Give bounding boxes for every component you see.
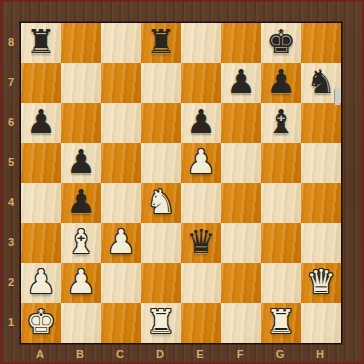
piece-white-queen-h2[interactable]: ♛ — [306, 262, 336, 302]
square-g6[interactable]: ♝ — [261, 103, 301, 143]
square-e2[interactable] — [181, 263, 221, 303]
piece-black-rook-a8[interactable]: ♜ — [26, 22, 56, 62]
piece-white-pawn-e5[interactable]: ♟ — [186, 142, 216, 182]
piece-black-pawn-e6[interactable]: ♟ — [186, 102, 216, 142]
piece-black-pawn-a6[interactable]: ♟ — [26, 102, 56, 142]
square-g7[interactable]: ♟ — [261, 63, 301, 103]
rank-label-4: 4 — [2, 182, 20, 222]
square-c1[interactable] — [101, 303, 141, 343]
square-h1[interactable] — [301, 303, 341, 343]
square-a5[interactable] — [21, 143, 61, 183]
rank-label-5: 5 — [2, 142, 20, 182]
square-b7[interactable] — [61, 63, 101, 103]
square-h6[interactable] — [301, 103, 341, 143]
square-h5[interactable] — [301, 143, 341, 183]
square-f1[interactable] — [221, 303, 261, 343]
square-e5[interactable]: ♟ — [181, 143, 221, 183]
square-f7[interactable]: ♟ — [221, 63, 261, 103]
file-label-d: D — [140, 344, 180, 364]
rank-label-7: 7 — [2, 62, 20, 102]
square-h4[interactable] — [301, 183, 341, 223]
piece-black-pawn-b5[interactable]: ♟ — [66, 142, 96, 182]
square-e6[interactable]: ♟ — [181, 103, 221, 143]
square-a6[interactable]: ♟ — [21, 103, 61, 143]
square-g4[interactable] — [261, 183, 301, 223]
square-f2[interactable] — [221, 263, 261, 303]
piece-black-queen-e3[interactable]: ♛ — [186, 222, 216, 262]
piece-white-king-a1[interactable]: ♚ — [26, 302, 56, 342]
square-h2[interactable]: ♛ — [301, 263, 341, 303]
rank-label-1: 1 — [2, 302, 20, 342]
square-c6[interactable] — [101, 103, 141, 143]
square-g3[interactable] — [261, 223, 301, 263]
chess-board-frame: 87654321 ♜♜♚♟♟♞♟♟♝♟♟♟♞♝♟♛♟♟♛♚♜♜ ABCDEFGH — [0, 0, 364, 364]
piece-black-rook-d8[interactable]: ♜ — [146, 22, 176, 62]
square-a4[interactable] — [21, 183, 61, 223]
file-labels: ABCDEFGH — [20, 344, 342, 364]
square-e3[interactable]: ♛ — [181, 223, 221, 263]
file-label-e: E — [180, 344, 220, 364]
piece-white-knight-d4[interactable]: ♞ — [146, 182, 176, 222]
rank-labels: 87654321 — [2, 22, 20, 344]
rank-label-6: 6 — [2, 102, 20, 142]
piece-white-rook-g1[interactable]: ♜ — [266, 302, 296, 342]
square-f4[interactable] — [221, 183, 261, 223]
square-f5[interactable] — [221, 143, 261, 183]
square-d7[interactable] — [141, 63, 181, 103]
square-f3[interactable] — [221, 223, 261, 263]
rank-label-3: 3 — [2, 222, 20, 262]
square-a3[interactable] — [21, 223, 61, 263]
square-d1[interactable]: ♜ — [141, 303, 181, 343]
piece-black-bishop-g6[interactable]: ♝ — [266, 102, 296, 142]
square-a1[interactable]: ♚ — [21, 303, 61, 343]
square-b1[interactable] — [61, 303, 101, 343]
square-g8[interactable]: ♚ — [261, 23, 301, 63]
piece-black-knight-h7[interactable]: ♞ — [306, 62, 336, 102]
scrollbar-artifact — [334, 89, 340, 105]
file-label-f: F — [220, 344, 260, 364]
square-b6[interactable] — [61, 103, 101, 143]
square-b2[interactable]: ♟ — [61, 263, 101, 303]
square-a8[interactable]: ♜ — [21, 23, 61, 63]
square-b5[interactable]: ♟ — [61, 143, 101, 183]
square-d8[interactable]: ♜ — [141, 23, 181, 63]
square-c8[interactable] — [101, 23, 141, 63]
square-h3[interactable] — [301, 223, 341, 263]
square-b3[interactable]: ♝ — [61, 223, 101, 263]
piece-black-pawn-b4[interactable]: ♟ — [66, 182, 96, 222]
square-h8[interactable] — [301, 23, 341, 63]
file-label-b: B — [60, 344, 100, 364]
piece-black-pawn-g7[interactable]: ♟ — [266, 62, 296, 102]
piece-white-pawn-c3[interactable]: ♟ — [106, 222, 136, 262]
square-g1[interactable]: ♜ — [261, 303, 301, 343]
square-d4[interactable]: ♞ — [141, 183, 181, 223]
square-d3[interactable] — [141, 223, 181, 263]
square-c4[interactable] — [101, 183, 141, 223]
square-c7[interactable] — [101, 63, 141, 103]
square-e1[interactable] — [181, 303, 221, 343]
square-d6[interactable] — [141, 103, 181, 143]
piece-white-bishop-b3[interactable]: ♝ — [66, 222, 96, 262]
piece-black-pawn-f7[interactable]: ♟ — [226, 62, 256, 102]
square-a2[interactable]: ♟ — [21, 263, 61, 303]
piece-white-pawn-b2[interactable]: ♟ — [66, 262, 96, 302]
square-f8[interactable] — [221, 23, 261, 63]
file-label-h: H — [300, 344, 340, 364]
square-g5[interactable] — [261, 143, 301, 183]
square-e8[interactable] — [181, 23, 221, 63]
piece-black-king-g8[interactable]: ♚ — [266, 22, 296, 62]
square-a7[interactable] — [21, 63, 61, 103]
square-e4[interactable] — [181, 183, 221, 223]
file-label-a: A — [20, 344, 60, 364]
rank-label-8: 8 — [2, 22, 20, 62]
square-f6[interactable] — [221, 103, 261, 143]
file-label-g: G — [260, 344, 300, 364]
piece-white-rook-d1[interactable]: ♜ — [146, 302, 176, 342]
square-c3[interactable]: ♟ — [101, 223, 141, 263]
square-c5[interactable] — [101, 143, 141, 183]
piece-white-pawn-a2[interactable]: ♟ — [26, 262, 56, 302]
rank-label-2: 2 — [2, 262, 20, 302]
square-c2[interactable] — [101, 263, 141, 303]
square-b4[interactable]: ♟ — [61, 183, 101, 223]
square-d2[interactable] — [141, 263, 181, 303]
square-g2[interactable] — [261, 263, 301, 303]
square-b8[interactable] — [61, 23, 101, 63]
file-label-c: C — [100, 344, 140, 364]
square-e7[interactable] — [181, 63, 221, 103]
square-d5[interactable] — [141, 143, 181, 183]
board: ♜♜♚♟♟♞♟♟♝♟♟♟♞♝♟♛♟♟♛♚♜♜ — [20, 22, 342, 344]
